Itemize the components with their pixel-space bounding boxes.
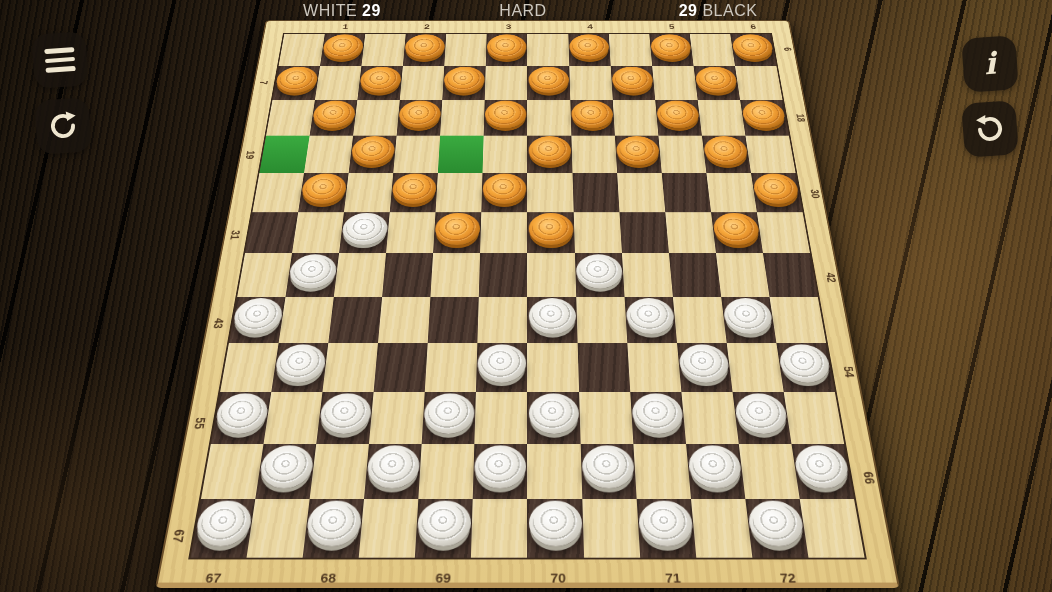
square-46[interactable] [527, 297, 577, 343]
square-light [369, 392, 425, 444]
square-63[interactable] [473, 444, 527, 499]
square-53[interactable] [677, 343, 733, 392]
square-light [419, 444, 475, 499]
square-light [784, 392, 845, 444]
square-62[interactable] [364, 444, 422, 499]
coord-left-7: 7 [258, 81, 270, 85]
checker-white-man[interactable] [637, 500, 694, 546]
square-15[interactable] [484, 100, 528, 135]
square-37[interactable] [286, 253, 340, 297]
coord-top-1: 1 [342, 23, 348, 30]
checker-white-man[interactable] [581, 445, 634, 488]
black-score: 29 BLACK [679, 1, 758, 21]
square-55[interactable] [211, 392, 272, 444]
square-light [471, 499, 527, 558]
square-light [323, 343, 379, 392]
checker-white-man[interactable] [777, 344, 832, 382]
checker-black-man[interactable] [694, 67, 738, 93]
square-light [527, 253, 575, 297]
square-light [527, 34, 569, 66]
square-light [279, 34, 325, 66]
square-light [527, 444, 581, 499]
coord-left-55: 55 [191, 417, 208, 429]
checker-white-man[interactable] [631, 393, 684, 433]
square-light [478, 297, 528, 343]
square-light [264, 392, 323, 444]
square-light [237, 253, 292, 297]
coord-right-66: 66 [860, 472, 877, 485]
square-58[interactable] [527, 392, 580, 444]
square-35[interactable] [619, 212, 669, 253]
coord-left-31: 31 [228, 230, 243, 239]
checker-black-man[interactable] [650, 35, 692, 60]
square-4[interactable] [568, 34, 610, 66]
square-29[interactable] [662, 173, 711, 212]
square-48[interactable] [721, 297, 776, 343]
checker-black-man[interactable] [571, 101, 614, 129]
checker-white-man[interactable] [194, 500, 255, 546]
checker-black-man[interactable] [391, 174, 437, 205]
checker-white-man[interactable] [319, 393, 373, 433]
checker-black-man[interactable] [741, 101, 787, 129]
square-19[interactable] [259, 135, 309, 172]
square-12[interactable] [693, 66, 740, 100]
checker-white-man[interactable] [341, 213, 389, 245]
square-51[interactable] [476, 343, 527, 392]
coord-left-67: 67 [170, 529, 188, 542]
square-light [613, 100, 659, 135]
checker-white-man[interactable] [417, 500, 472, 546]
white-label: WHITE [303, 2, 357, 19]
checker-black-man[interactable] [528, 67, 569, 93]
square-32[interactable] [339, 212, 390, 253]
checker-black-man[interactable] [752, 174, 801, 205]
checker-black-man[interactable] [487, 35, 527, 60]
square-47[interactable] [624, 297, 677, 343]
square-5[interactable] [649, 34, 693, 66]
square-65[interactable] [686, 444, 745, 499]
square-light [769, 297, 826, 343]
square-66[interactable] [791, 444, 854, 499]
square-27[interactable] [482, 173, 528, 212]
square-light [480, 212, 527, 253]
square-21[interactable] [438, 135, 484, 172]
checker-black-man[interactable] [444, 67, 486, 93]
square-69[interactable] [415, 499, 473, 558]
square-light [279, 297, 334, 343]
coord-bottom-67: 67 [205, 571, 223, 585]
coord-right-54: 54 [841, 366, 857, 377]
square-light [334, 253, 386, 297]
square-light [310, 444, 369, 499]
square-light [304, 135, 353, 172]
checker-white-man[interactable] [231, 298, 284, 334]
square-light [485, 66, 528, 100]
coord-right-42: 42 [824, 273, 839, 283]
checker-white-man[interactable] [575, 254, 622, 288]
square-10[interactable] [527, 66, 570, 100]
checker-white-man[interactable] [258, 445, 315, 488]
square-light [315, 66, 362, 100]
square-light [800, 499, 865, 558]
square-light [436, 173, 483, 212]
checker-white-man[interactable] [746, 500, 805, 546]
checker-white-man[interactable] [424, 393, 476, 433]
coord-right-18: 18 [794, 114, 808, 122]
square-33[interactable] [433, 212, 481, 253]
checker-white-man[interactable] [722, 298, 774, 334]
checker-white-man[interactable] [274, 344, 328, 382]
coord-bottom-71: 71 [665, 571, 682, 585]
square-light [252, 173, 304, 212]
square-light [739, 444, 800, 499]
square-light [690, 34, 735, 66]
square-9[interactable] [442, 66, 486, 100]
coord-bottom-69: 69 [435, 571, 451, 585]
square-38[interactable] [382, 253, 433, 297]
square-light [353, 100, 400, 135]
square-light [673, 297, 727, 343]
square-light [571, 135, 617, 172]
square-light [658, 135, 706, 172]
square-6[interactable] [730, 34, 776, 66]
restart-icon [45, 108, 81, 144]
checker-black-man[interactable] [359, 67, 402, 93]
menu-icon [44, 47, 76, 73]
checker-black-man[interactable] [712, 213, 761, 245]
square-13[interactable] [310, 100, 358, 135]
square-light [425, 343, 478, 392]
square-70[interactable] [527, 499, 583, 558]
square-44[interactable] [328, 297, 382, 343]
square-71[interactable] [636, 499, 696, 558]
square-light [569, 66, 613, 100]
checker-black-man[interactable] [731, 35, 775, 60]
checker-black-man[interactable] [656, 101, 700, 129]
square-34[interactable] [527, 212, 574, 253]
square-49[interactable] [271, 343, 328, 392]
square-light [445, 34, 487, 66]
checker-white-man[interactable] [528, 393, 579, 433]
checker-black-man[interactable] [703, 136, 749, 165]
checker-black-man[interactable] [569, 35, 610, 60]
board-frame: 1234566768697071727193143556761830425466 [155, 20, 900, 588]
checker-black-man[interactable] [528, 136, 571, 165]
square-60[interactable] [732, 392, 791, 444]
checker-black-man[interactable] [274, 67, 319, 93]
checker-white-man[interactable] [305, 500, 363, 546]
checker-black-man[interactable] [404, 35, 445, 60]
square-light [266, 100, 315, 135]
square-light [691, 499, 752, 558]
coord-bottom-70: 70 [550, 571, 566, 585]
square-light [431, 253, 481, 297]
checker-white-man[interactable] [366, 445, 421, 488]
square-light [652, 66, 698, 100]
square-light [716, 253, 770, 297]
coord-top-5: 5 [669, 23, 675, 30]
checker-white-man[interactable] [288, 254, 338, 288]
square-light [627, 343, 681, 392]
info-button[interactable]: i [961, 35, 1019, 93]
info-icon: i [983, 49, 996, 80]
checker-white-man[interactable] [528, 500, 582, 546]
square-light [745, 135, 795, 172]
square-light [220, 343, 279, 392]
square-light [527, 343, 578, 392]
square-43[interactable] [229, 297, 286, 343]
square-3[interactable] [486, 34, 527, 66]
square-light [386, 212, 436, 253]
square-11[interactable] [610, 66, 655, 100]
checker-black-man[interactable] [483, 174, 527, 205]
coord-top-3: 3 [506, 23, 512, 30]
square-light [727, 343, 784, 392]
checker-white-man[interactable] [214, 393, 271, 433]
square-light [201, 444, 264, 499]
square-light [292, 212, 344, 253]
checker-white-man[interactable] [793, 445, 852, 488]
coord-bottom-68: 68 [320, 571, 337, 585]
square-light [681, 392, 738, 444]
square-22[interactable] [527, 135, 572, 172]
checker-black-man[interactable] [350, 136, 395, 165]
square-light [582, 499, 640, 558]
board-grid [188, 33, 867, 559]
checker-white-man[interactable] [474, 445, 526, 488]
menu-button[interactable] [31, 31, 89, 89]
square-36[interactable] [711, 212, 763, 253]
square-25[interactable] [298, 173, 349, 212]
square-67[interactable] [190, 499, 255, 558]
square-light [617, 173, 665, 212]
white-count: 29 [362, 2, 381, 19]
coord-top-2: 2 [424, 23, 430, 30]
square-light [440, 100, 485, 135]
square-68[interactable] [303, 499, 364, 558]
square-light [393, 135, 440, 172]
square-1[interactable] [320, 34, 365, 66]
checker-black-man[interactable] [312, 101, 357, 129]
black-label: BLACK [702, 2, 757, 19]
square-50[interactable] [374, 343, 428, 392]
checker-black-man[interactable] [435, 213, 481, 245]
square-52[interactable] [577, 343, 630, 392]
checker-black-man[interactable] [322, 35, 365, 60]
square-light [609, 34, 652, 66]
square-light [400, 66, 445, 100]
restart-button[interactable] [34, 97, 92, 155]
square-26[interactable] [390, 173, 438, 212]
square-23[interactable] [615, 135, 662, 172]
square-20[interactable] [349, 135, 397, 172]
square-light [579, 392, 633, 444]
coord-left-43: 43 [211, 318, 227, 328]
square-8[interactable] [357, 66, 403, 100]
square-24[interactable] [702, 135, 751, 172]
square-59[interactable] [630, 392, 686, 444]
coord-bottom-72: 72 [779, 571, 796, 585]
checker-white-man[interactable] [625, 298, 675, 334]
square-light [527, 173, 573, 212]
checker-black-man[interactable] [611, 67, 653, 93]
checker-white-man[interactable] [477, 344, 526, 382]
square-light [622, 253, 673, 297]
square-64[interactable] [580, 444, 636, 499]
square-2[interactable] [403, 34, 446, 66]
checker-black-man[interactable] [528, 213, 573, 245]
square-18[interactable] [740, 100, 789, 135]
checker-black-man[interactable] [615, 136, 660, 165]
checker-white-man[interactable] [733, 393, 788, 433]
square-light [247, 499, 310, 558]
square-28[interactable] [572, 173, 619, 212]
square-61[interactable] [255, 444, 316, 499]
checker-white-man[interactable] [687, 445, 743, 488]
square-light [483, 135, 528, 172]
square-light [344, 173, 393, 212]
square-31[interactable] [245, 212, 298, 253]
square-41[interactable] [669, 253, 721, 297]
app-background: WHITE 29 HARD 29 BLACK i 123456676869707… [0, 0, 1052, 592]
coord-right-6: 6 [782, 47, 794, 51]
board: 1234566768697071727193143556761830425466 [155, 20, 900, 588]
square-45[interactable] [428, 297, 479, 343]
coord-left-19: 19 [243, 150, 257, 158]
square-14[interactable] [397, 100, 443, 135]
square-light [633, 444, 691, 499]
checker-black-man[interactable] [300, 174, 348, 205]
square-39[interactable] [479, 253, 527, 297]
square-light [475, 392, 528, 444]
checker-white-man[interactable] [528, 298, 576, 334]
square-light [706, 173, 757, 212]
square-57[interactable] [422, 392, 476, 444]
square-72[interactable] [745, 499, 808, 558]
square-light [359, 499, 419, 558]
square-light [735, 66, 783, 100]
coord-right-30: 30 [808, 189, 822, 198]
undo-button[interactable] [961, 100, 1019, 158]
square-light [665, 212, 716, 253]
difficulty-label: HARD [499, 1, 546, 21]
square-light [362, 34, 406, 66]
square-54[interactable] [776, 343, 835, 392]
coord-top-4: 4 [587, 23, 593, 30]
square-light [527, 100, 571, 135]
coord-top-6: 6 [750, 23, 757, 30]
square-light [378, 297, 431, 343]
square-light [576, 297, 627, 343]
undo-icon [972, 111, 1008, 147]
square-17[interactable] [655, 100, 702, 135]
square-40[interactable] [575, 253, 625, 297]
square-light [757, 212, 810, 253]
checker-white-man[interactable] [678, 344, 731, 382]
black-count: 29 [679, 2, 698, 19]
square-light [698, 100, 746, 135]
square-30[interactable] [751, 173, 803, 212]
square-56[interactable] [316, 392, 373, 444]
white-score: WHITE 29 [303, 1, 381, 21]
square-16[interactable] [570, 100, 615, 135]
checker-black-man[interactable] [485, 101, 527, 129]
checker-black-man[interactable] [398, 101, 441, 129]
square-light [573, 212, 621, 253]
square-7[interactable] [272, 66, 320, 100]
square-42[interactable] [763, 253, 818, 297]
